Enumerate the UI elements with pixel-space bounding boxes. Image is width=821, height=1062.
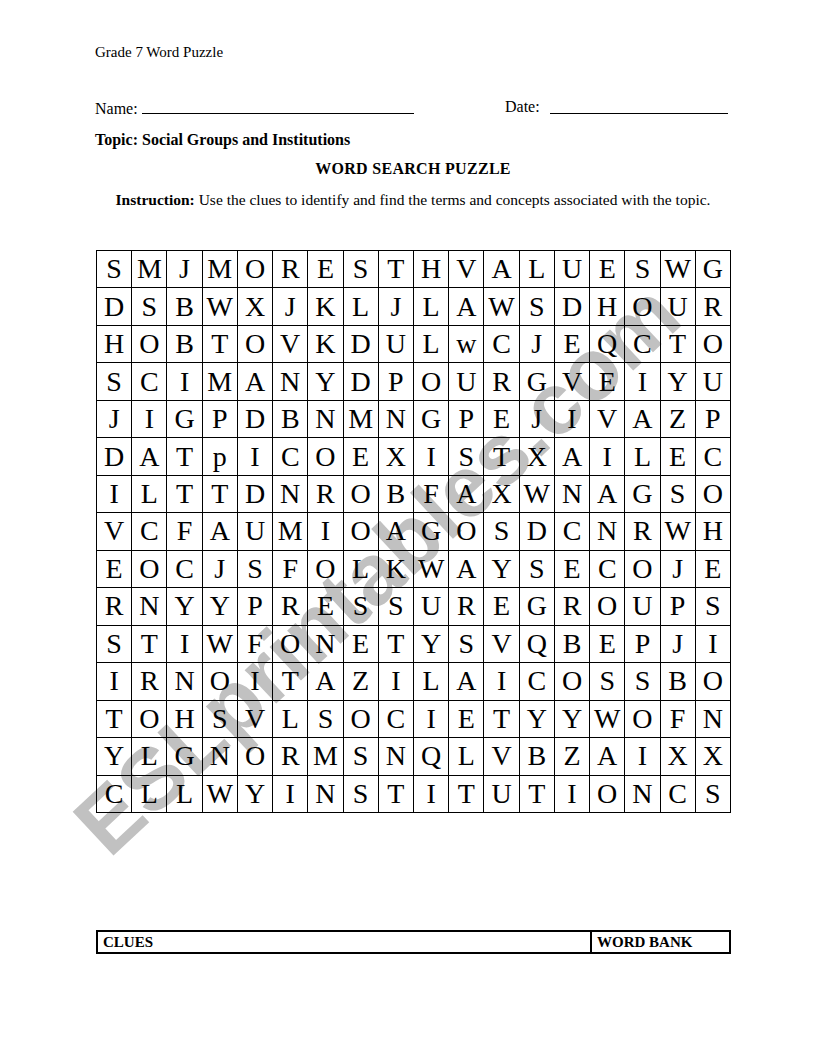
grid-cell-r4c6[interactable]: N bbox=[273, 363, 308, 400]
grid-cell-r10c11[interactable]: R bbox=[449, 588, 484, 625]
grid-cell-r1c13[interactable]: L bbox=[520, 251, 555, 288]
grid-cell-r5c10[interactable]: G bbox=[414, 401, 449, 438]
grid-cell-r12c15[interactable]: S bbox=[590, 663, 625, 700]
grid-cell-r6c11[interactable]: S bbox=[449, 438, 484, 475]
grid-cell-r14c15[interactable]: A bbox=[590, 738, 625, 775]
grid-cell-r4c9[interactable]: P bbox=[379, 363, 414, 400]
grid-cell-r12c13[interactable]: C bbox=[520, 663, 555, 700]
grid-cell-r7c9[interactable]: B bbox=[379, 476, 414, 513]
grid-cell-r9c2[interactable]: O bbox=[132, 551, 167, 588]
grid-cell-r11c9[interactable]: T bbox=[379, 626, 414, 663]
grid-cell-r6c3[interactable]: T bbox=[167, 438, 202, 475]
grid-cell-r6c14[interactable]: A bbox=[555, 438, 590, 475]
date-input-line[interactable] bbox=[550, 98, 728, 114]
grid-cell-r5c9[interactable]: N bbox=[379, 401, 414, 438]
topic-line: Topic: Social Groups and Institutions bbox=[95, 131, 350, 149]
grid-cell-r5c11[interactable]: P bbox=[449, 401, 484, 438]
grid-cell-r14c16[interactable]: I bbox=[625, 738, 660, 775]
grid-cell-r12c8[interactable]: Z bbox=[344, 663, 379, 700]
grid-cell-r7c18[interactable]: O bbox=[696, 476, 731, 513]
grid-cell-r7c1[interactable]: I bbox=[97, 476, 132, 513]
grid-cell-r4c17[interactable]: Y bbox=[661, 363, 696, 400]
grid-cell-r10c17[interactable]: P bbox=[661, 588, 696, 625]
grid-cell-r8c14[interactable]: C bbox=[555, 513, 590, 550]
grid-cell-r11c3[interactable]: I bbox=[167, 626, 202, 663]
grid-cell-r11c13[interactable]: Q bbox=[520, 626, 555, 663]
grid-cell-r2c2[interactable]: S bbox=[132, 288, 167, 325]
grid-cell-r6c12[interactable]: T bbox=[484, 438, 519, 475]
grid-cell-r7c17[interactable]: S bbox=[661, 476, 696, 513]
name-label: Name: bbox=[95, 100, 138, 117]
grid-cell-r11c14[interactable]: B bbox=[555, 626, 590, 663]
grid-cell-r10c3[interactable]: Y bbox=[167, 588, 202, 625]
grid-cell-r11c5[interactable]: F bbox=[238, 626, 273, 663]
grid-cell-r8c8[interactable]: O bbox=[344, 513, 379, 550]
grid-cell-r3c18[interactable]: O bbox=[696, 326, 731, 363]
grid-cell-r14c11[interactable]: L bbox=[449, 738, 484, 775]
grid-cell-r15c6[interactable]: I bbox=[273, 776, 308, 813]
word-bank-header-cell: WORD BANK bbox=[590, 932, 729, 952]
grid-cell-r10c8[interactable]: S bbox=[344, 588, 379, 625]
grid-cell-r14c8[interactable]: S bbox=[344, 738, 379, 775]
grid-cell-r2c6[interactable]: J bbox=[273, 288, 308, 325]
grid-cell-r1c8[interactable]: S bbox=[344, 251, 379, 288]
grid-cell-r4c7[interactable]: Y bbox=[308, 363, 343, 400]
grid-cell-r8c3[interactable]: F bbox=[167, 513, 202, 550]
clues-header-cell: CLUES bbox=[98, 932, 590, 952]
grid-cell-r5c16[interactable]: A bbox=[625, 401, 660, 438]
grid-cell-r9c5[interactable]: S bbox=[238, 551, 273, 588]
grid-cell-r9c10[interactable]: W bbox=[414, 551, 449, 588]
grid-cell-r4c15[interactable]: E bbox=[590, 363, 625, 400]
grid-cell-r7c8[interactable]: O bbox=[344, 476, 379, 513]
grid-cell-r2c16[interactable]: O bbox=[625, 288, 660, 325]
grid-cell-r3c17[interactable]: T bbox=[661, 326, 696, 363]
grid-cell-r4c4[interactable]: M bbox=[203, 363, 238, 400]
grid-cell-r2c10[interactable]: L bbox=[414, 288, 449, 325]
grid-cell-r12c4[interactable]: O bbox=[203, 663, 238, 700]
grid-cell-r5c6[interactable]: B bbox=[273, 401, 308, 438]
grid-cell-r4c14[interactable]: V bbox=[555, 363, 590, 400]
grid-cell-r13c18[interactable]: N bbox=[696, 701, 731, 738]
grid-cell-r11c17[interactable]: J bbox=[661, 626, 696, 663]
grid-cell-r9c1[interactable]: E bbox=[97, 551, 132, 588]
grid-cell-r11c12[interactable]: V bbox=[484, 626, 519, 663]
grid-cell-r7c16[interactable]: G bbox=[625, 476, 660, 513]
grid-cell-r8c11[interactable]: O bbox=[449, 513, 484, 550]
grid-cell-r8c1[interactable]: V bbox=[97, 513, 132, 550]
grid-cell-r3c10[interactable]: L bbox=[414, 326, 449, 363]
grid-cell-r15c17[interactable]: C bbox=[661, 776, 696, 813]
grid-cell-r2c12[interactable]: W bbox=[484, 288, 519, 325]
grid-cell-r7c10[interactable]: F bbox=[414, 476, 449, 513]
grid-cell-r2c15[interactable]: H bbox=[590, 288, 625, 325]
grid-cell-r6c1[interactable]: D bbox=[97, 438, 132, 475]
grid-cell-r8c16[interactable]: R bbox=[625, 513, 660, 550]
grid-cell-r13c6[interactable]: L bbox=[273, 701, 308, 738]
grid-cell-r3c2[interactable]: O bbox=[132, 326, 167, 363]
grid-cell-r6c7[interactable]: O bbox=[308, 438, 343, 475]
grid-cell-r15c13[interactable]: T bbox=[520, 776, 555, 813]
grid-cell-r5c3[interactable]: G bbox=[167, 401, 202, 438]
instruction-label: Instruction: bbox=[116, 191, 195, 208]
grid-cell-r14c6[interactable]: R bbox=[273, 738, 308, 775]
grid-cell-r5c4[interactable]: P bbox=[203, 401, 238, 438]
grid-cell-r6c6[interactable]: C bbox=[273, 438, 308, 475]
grid-cell-r4c16[interactable]: I bbox=[625, 363, 660, 400]
clues-wordbank-table: CLUES WORD BANK bbox=[96, 930, 731, 954]
grid-cell-r14c2[interactable]: L bbox=[132, 738, 167, 775]
grid-cell-r8c9[interactable]: A bbox=[379, 513, 414, 550]
grid-cell-r2c7[interactable]: K bbox=[308, 288, 343, 325]
grid-cell-r4c13[interactable]: G bbox=[520, 363, 555, 400]
grid-cell-r14c5[interactable]: O bbox=[238, 738, 273, 775]
grid-cell-r13c3[interactable]: H bbox=[167, 701, 202, 738]
grid-cell-r9c13[interactable]: S bbox=[520, 551, 555, 588]
grid-cell-r3c9[interactable]: U bbox=[379, 326, 414, 363]
grid-cell-r1c3[interactable]: J bbox=[167, 251, 202, 288]
grid-cell-r11c1[interactable]: S bbox=[97, 626, 132, 663]
grid-cell-r11c10[interactable]: Y bbox=[414, 626, 449, 663]
date-label: Date: bbox=[505, 98, 540, 116]
grid-cell-r14c13[interactable]: B bbox=[520, 738, 555, 775]
grid-cell-r13c7[interactable]: S bbox=[308, 701, 343, 738]
grid-cell-r5c12[interactable]: E bbox=[484, 401, 519, 438]
grid-cell-r3c1[interactable]: H bbox=[97, 326, 132, 363]
grid-cell-r5c2[interactable]: I bbox=[132, 401, 167, 438]
grid-cell-r5c8[interactable]: M bbox=[344, 401, 379, 438]
name-date-row: Name: Date: bbox=[95, 98, 731, 118]
grid-cell-r5c14[interactable]: I bbox=[555, 401, 590, 438]
grid-cell-r6c4[interactable]: p bbox=[203, 438, 238, 475]
grid-cell-r6c9[interactable]: X bbox=[379, 438, 414, 475]
grid-cell-r10c5[interactable]: P bbox=[238, 588, 273, 625]
grid-cell-r7c11[interactable]: A bbox=[449, 476, 484, 513]
grid-cell-r4c18[interactable]: U bbox=[696, 363, 731, 400]
grid-cell-r3c6[interactable]: V bbox=[273, 326, 308, 363]
grid-cell-r7c12[interactable]: X bbox=[484, 476, 519, 513]
grid-cell-r13c2[interactable]: O bbox=[132, 701, 167, 738]
grid-cell-r11c15[interactable]: E bbox=[590, 626, 625, 663]
grid-cell-r6c8[interactable]: E bbox=[344, 438, 379, 475]
grid-cell-r9c3[interactable]: C bbox=[167, 551, 202, 588]
grid-cell-r6c18[interactable]: C bbox=[696, 438, 731, 475]
grid-cell-r12c17[interactable]: B bbox=[661, 663, 696, 700]
grid-cell-r7c7[interactable]: R bbox=[308, 476, 343, 513]
grid-cell-r13c5[interactable]: V bbox=[238, 701, 273, 738]
grid-cell-r12c2[interactable]: R bbox=[132, 663, 167, 700]
grid-cell-r11c7[interactable]: N bbox=[308, 626, 343, 663]
grid-cell-r9c14[interactable]: E bbox=[555, 551, 590, 588]
grid-cell-r2c11[interactable]: A bbox=[449, 288, 484, 325]
grid-cell-r10c4[interactable]: Y bbox=[203, 588, 238, 625]
grid-cell-r5c5[interactable]: D bbox=[238, 401, 273, 438]
grid-cell-r1c11[interactable]: V bbox=[449, 251, 484, 288]
grid-cell-r10c7[interactable]: E bbox=[308, 588, 343, 625]
grid-cell-r2c1[interactable]: D bbox=[97, 288, 132, 325]
grid-cell-r1c6[interactable]: R bbox=[273, 251, 308, 288]
grid-cell-r8c18[interactable]: H bbox=[696, 513, 731, 550]
grid-cell-r1c5[interactable]: O bbox=[238, 251, 273, 288]
grid-cell-r9c18[interactable]: E bbox=[696, 551, 731, 588]
grid-cell-r6c10[interactable]: I bbox=[414, 438, 449, 475]
grid-cell-r13c17[interactable]: F bbox=[661, 701, 696, 738]
grid-cell-r15c4[interactable]: W bbox=[203, 776, 238, 813]
grid-cell-r9c4[interactable]: J bbox=[203, 551, 238, 588]
grid-cell-r2c18[interactable]: R bbox=[696, 288, 731, 325]
grid-cell-r15c18[interactable]: S bbox=[696, 776, 731, 813]
grid-cell-r8c6[interactable]: M bbox=[273, 513, 308, 550]
grid-cell-r12c5[interactable]: I bbox=[238, 663, 273, 700]
grid-cell-r3c5[interactable]: O bbox=[238, 326, 273, 363]
grid-cell-r4c10[interactable]: O bbox=[414, 363, 449, 400]
grid-cell-r10c1[interactable]: R bbox=[97, 588, 132, 625]
grid-cell-r6c5[interactable]: I bbox=[238, 438, 273, 475]
grid-cell-r9c15[interactable]: C bbox=[590, 551, 625, 588]
grid-cell-r5c17[interactable]: Z bbox=[661, 401, 696, 438]
clues-label: CLUES bbox=[103, 934, 153, 951]
grid-cell-r10c15[interactable]: O bbox=[590, 588, 625, 625]
grid-cell-r10c10[interactable]: U bbox=[414, 588, 449, 625]
grid-cell-r9c16[interactable]: O bbox=[625, 551, 660, 588]
grid-cell-r3c16[interactable]: C bbox=[625, 326, 660, 363]
grid-cell-r5c7[interactable]: N bbox=[308, 401, 343, 438]
grid-cell-r15c2[interactable]: L bbox=[132, 776, 167, 813]
grid-cell-r4c5[interactable]: A bbox=[238, 363, 273, 400]
corner-title: Grade 7 Word Puzzle bbox=[95, 44, 223, 61]
grid-cell-r15c8[interactable]: S bbox=[344, 776, 379, 813]
grid-cell-r14c18[interactable]: X bbox=[696, 738, 731, 775]
grid-cell-r6c15[interactable]: I bbox=[590, 438, 625, 475]
grid-cell-r12c18[interactable]: O bbox=[696, 663, 731, 700]
grid-cell-r3c15[interactable]: Q bbox=[590, 326, 625, 363]
grid-cell-r7c14[interactable]: N bbox=[555, 476, 590, 513]
grid-cell-r3c8[interactable]: D bbox=[344, 326, 379, 363]
grid-cell-r6c16[interactable]: L bbox=[625, 438, 660, 475]
grid-cell-r9c12[interactable]: Y bbox=[484, 551, 519, 588]
grid-cell-r12c14[interactable]: O bbox=[555, 663, 590, 700]
grid-cell-r10c16[interactable]: U bbox=[625, 588, 660, 625]
grid-cell-r8c7[interactable]: I bbox=[308, 513, 343, 550]
grid-cell-r14c14[interactable]: Z bbox=[555, 738, 590, 775]
grid-cell-r4c8[interactable]: D bbox=[344, 363, 379, 400]
grid-cell-r6c13[interactable]: X bbox=[520, 438, 555, 475]
grid-cell-r2c13[interactable]: S bbox=[520, 288, 555, 325]
grid-cell-r13c13[interactable]: Y bbox=[520, 701, 555, 738]
grid-cell-r14c7[interactable]: M bbox=[308, 738, 343, 775]
grid-cell-r12c10[interactable]: L bbox=[414, 663, 449, 700]
grid-cell-r15c5[interactable]: Y bbox=[238, 776, 273, 813]
grid-cell-r5c13[interactable]: J bbox=[520, 401, 555, 438]
grid-cell-r1c4[interactable]: M bbox=[203, 251, 238, 288]
grid-cell-r11c11[interactable]: S bbox=[449, 626, 484, 663]
grid-cell-r1c18[interactable]: G bbox=[696, 251, 731, 288]
grid-cell-r8c12[interactable]: S bbox=[484, 513, 519, 550]
grid-cell-r14c12[interactable]: V bbox=[484, 738, 519, 775]
grid-cell-r1c16[interactable]: S bbox=[625, 251, 660, 288]
grid-cell-r1c10[interactable]: H bbox=[414, 251, 449, 288]
grid-cell-r9c11[interactable]: A bbox=[449, 551, 484, 588]
grid-cell-r3c12[interactable]: C bbox=[484, 326, 519, 363]
grid-cell-r12c9[interactable]: I bbox=[379, 663, 414, 700]
grid-cell-r10c13[interactable]: G bbox=[520, 588, 555, 625]
grid-cell-r11c2[interactable]: T bbox=[132, 626, 167, 663]
grid-cell-r15c16[interactable]: N bbox=[625, 776, 660, 813]
grid-cell-r9c6[interactable]: F bbox=[273, 551, 308, 588]
grid-cell-r10c6[interactable]: R bbox=[273, 588, 308, 625]
grid-cell-r15c15[interactable]: O bbox=[590, 776, 625, 813]
grid-cell-r2c8[interactable]: L bbox=[344, 288, 379, 325]
instruction-text: Use the clues to identify and find the t… bbox=[195, 191, 711, 208]
grid-cell-r13c15[interactable]: W bbox=[590, 701, 625, 738]
grid-cell-r12c7[interactable]: A bbox=[308, 663, 343, 700]
grid-cell-r2c4[interactable]: W bbox=[203, 288, 238, 325]
grid-cell-r15c9[interactable]: T bbox=[379, 776, 414, 813]
page-title: WORD SEARCH PUZZLE bbox=[95, 160, 731, 178]
grid-cell-r5c1[interactable]: J bbox=[97, 401, 132, 438]
grid-cell-r3c7[interactable]: K bbox=[308, 326, 343, 363]
grid-cell-r3c3[interactable]: B bbox=[167, 326, 202, 363]
grid-cell-r13c11[interactable]: E bbox=[449, 701, 484, 738]
grid-cell-r13c14[interactable]: Y bbox=[555, 701, 590, 738]
grid-cell-r12c6[interactable]: T bbox=[273, 663, 308, 700]
word-bank-label: WORD BANK bbox=[597, 934, 692, 951]
grid-cell-r5c18[interactable]: P bbox=[696, 401, 731, 438]
grid-cell-r14c9[interactable]: N bbox=[379, 738, 414, 775]
grid-cell-r7c15[interactable]: A bbox=[590, 476, 625, 513]
grid-cell-r10c2[interactable]: N bbox=[132, 588, 167, 625]
grid-cell-r1c2[interactable]: M bbox=[132, 251, 167, 288]
grid-cell-r11c18[interactable]: I bbox=[696, 626, 731, 663]
name-input-line[interactable] bbox=[142, 98, 414, 114]
grid-cell-r5c15[interactable]: V bbox=[590, 401, 625, 438]
grid-cell-r14c10[interactable]: Q bbox=[414, 738, 449, 775]
grid-cell-r1c7[interactable]: E bbox=[308, 251, 343, 288]
grid-cell-r12c16[interactable]: S bbox=[625, 663, 660, 700]
grid-cell-r13c12[interactable]: T bbox=[484, 701, 519, 738]
grid-cell-r8c4[interactable]: A bbox=[203, 513, 238, 550]
grid-cell-r1c14[interactable]: U bbox=[555, 251, 590, 288]
grid-cell-r1c15[interactable]: E bbox=[590, 251, 625, 288]
grid-cell-r2c17[interactable]: U bbox=[661, 288, 696, 325]
grid-cell-r15c3[interactable]: L bbox=[167, 776, 202, 813]
grid-cell-r10c9[interactable]: S bbox=[379, 588, 414, 625]
grid-cell-r8c13[interactable]: D bbox=[520, 513, 555, 550]
grid-cell-r14c4[interactable]: N bbox=[203, 738, 238, 775]
grid-cell-r13c10[interactable]: I bbox=[414, 701, 449, 738]
grid-cell-r11c6[interactable]: O bbox=[273, 626, 308, 663]
grid-cell-r7c4[interactable]: T bbox=[203, 476, 238, 513]
grid-cell-r14c17[interactable]: X bbox=[661, 738, 696, 775]
grid-cell-r4c11[interactable]: U bbox=[449, 363, 484, 400]
grid-cell-r15c7[interactable]: N bbox=[308, 776, 343, 813]
grid-cell-r15c11[interactable]: T bbox=[449, 776, 484, 813]
grid-cell-r1c17[interactable]: W bbox=[661, 251, 696, 288]
grid-cell-r12c1[interactable]: I bbox=[97, 663, 132, 700]
grid-cell-r10c12[interactable]: E bbox=[484, 588, 519, 625]
grid-cell-r9c7[interactable]: O bbox=[308, 551, 343, 588]
grid-cell-r13c16[interactable]: O bbox=[625, 701, 660, 738]
grid-cell-r2c9[interactable]: J bbox=[379, 288, 414, 325]
grid-cell-r13c4[interactable]: S bbox=[203, 701, 238, 738]
grid-cell-r15c10[interactable]: I bbox=[414, 776, 449, 813]
grid-cell-r7c13[interactable]: W bbox=[520, 476, 555, 513]
grid-cell-r7c3[interactable]: T bbox=[167, 476, 202, 513]
grid-cell-r4c3[interactable]: I bbox=[167, 363, 202, 400]
grid-cell-r3c14[interactable]: E bbox=[555, 326, 590, 363]
grid-cell-r4c2[interactable]: C bbox=[132, 363, 167, 400]
grid-cell-r10c18[interactable]: S bbox=[696, 588, 731, 625]
grid-cell-r4c12[interactable]: R bbox=[484, 363, 519, 400]
grid-cell-r12c3[interactable]: N bbox=[167, 663, 202, 700]
grid-cell-r7c5[interactable]: D bbox=[238, 476, 273, 513]
grid-cell-r15c14[interactable]: I bbox=[555, 776, 590, 813]
grid-cell-r14c3[interactable]: G bbox=[167, 738, 202, 775]
grid-cell-r1c12[interactable]: A bbox=[484, 251, 519, 288]
grid-cell-r13c9[interactable]: C bbox=[379, 701, 414, 738]
grid-cell-r9c17[interactable]: J bbox=[661, 551, 696, 588]
grid-cell-r8c15[interactable]: N bbox=[590, 513, 625, 550]
grid-cell-r6c17[interactable]: E bbox=[661, 438, 696, 475]
grid-cell-r12c12[interactable]: I bbox=[484, 663, 519, 700]
grid-cell-r10c14[interactable]: R bbox=[555, 588, 590, 625]
grid-cell-r3c4[interactable]: T bbox=[203, 326, 238, 363]
worksheet-page: ESLprintables.com Grade 7 Word Puzzle Na… bbox=[0, 0, 821, 1062]
grid-cell-r6c2[interactable]: A bbox=[132, 438, 167, 475]
word-search-grid: SMJMORESTHVALUESWGDSBWXJKLJLAWSDHOURHOBT… bbox=[96, 250, 731, 813]
grid-cell-r13c8[interactable]: O bbox=[344, 701, 379, 738]
grid-cell-r3c13[interactable]: J bbox=[520, 326, 555, 363]
grid-cell-r2c3[interactable]: B bbox=[167, 288, 202, 325]
grid-cell-r1c9[interactable]: T bbox=[379, 251, 414, 288]
grid-cell-r7c6[interactable]: N bbox=[273, 476, 308, 513]
grid-cell-r3c11[interactable]: w bbox=[449, 326, 484, 363]
grid-cell-r8c2[interactable]: C bbox=[132, 513, 167, 550]
instruction-line: Instruction: Use the clues to identify a… bbox=[95, 191, 731, 209]
grid-cell-r2c14[interactable]: D bbox=[555, 288, 590, 325]
grid-cell-r9c9[interactable]: K bbox=[379, 551, 414, 588]
grid-cell-r8c5[interactable]: U bbox=[238, 513, 273, 550]
grid-cell-r15c12[interactable]: U bbox=[484, 776, 519, 813]
grid-cell-r9c8[interactable]: L bbox=[344, 551, 379, 588]
grid-cell-r12c11[interactable]: A bbox=[449, 663, 484, 700]
grid-cell-r11c8[interactable]: E bbox=[344, 626, 379, 663]
grid-cell-r8c10[interactable]: G bbox=[414, 513, 449, 550]
grid-cell-r2c5[interactable]: X bbox=[238, 288, 273, 325]
grid-cell-r11c4[interactable]: W bbox=[203, 626, 238, 663]
grid-cell-r15c1[interactable]: C bbox=[97, 776, 132, 813]
grid-cell-r8c17[interactable]: W bbox=[661, 513, 696, 550]
grid-cell-r4c1[interactable]: S bbox=[97, 363, 132, 400]
grid-cell-r1c1[interactable]: S bbox=[97, 251, 132, 288]
grid-cell-r13c1[interactable]: T bbox=[97, 701, 132, 738]
grid-cell-r7c2[interactable]: L bbox=[132, 476, 167, 513]
grid-cell-r11c16[interactable]: P bbox=[625, 626, 660, 663]
grid-cell-r14c1[interactable]: Y bbox=[97, 738, 132, 775]
